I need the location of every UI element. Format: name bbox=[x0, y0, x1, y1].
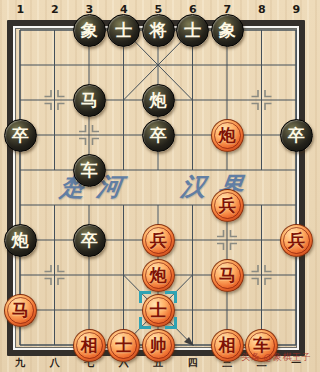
piece-character: 象 bbox=[219, 19, 236, 42]
piece-black-advisor[interactable]: 士 bbox=[176, 14, 209, 47]
piece-character: 兵 bbox=[219, 194, 236, 217]
piece-character: 马 bbox=[219, 264, 236, 287]
piece-black-elephant[interactable]: 象 bbox=[73, 14, 106, 47]
piece-character: 车 bbox=[81, 159, 98, 182]
watermark: 头条 @象棋王子 bbox=[241, 351, 311, 364]
piece-red-cannon[interactable]: 炮 bbox=[142, 259, 175, 292]
piece-red-soldier[interactable]: 兵 bbox=[280, 224, 313, 257]
piece-red-elephant[interactable]: 相 bbox=[211, 329, 244, 362]
piece-red-horse[interactable]: 马 bbox=[211, 259, 244, 292]
piece-black-soldier[interactable]: 卒 bbox=[280, 119, 313, 152]
piece-character: 兵 bbox=[150, 229, 167, 252]
piece-character: 卒 bbox=[81, 229, 98, 252]
piece-red-general[interactable]: 帅 bbox=[142, 329, 175, 362]
piece-black-cannon[interactable]: 炮 bbox=[142, 84, 175, 117]
piece-black-elephant[interactable]: 象 bbox=[211, 14, 244, 47]
piece-red-elephant[interactable]: 相 bbox=[73, 329, 106, 362]
piece-black-chariot[interactable]: 车 bbox=[73, 154, 106, 187]
piece-black-cannon[interactable]: 炮 bbox=[4, 224, 37, 257]
piece-character: 将 bbox=[150, 19, 167, 42]
piece-character: 兵 bbox=[288, 229, 305, 252]
file-label-bottom: 四 bbox=[176, 355, 211, 371]
piece-character: 卒 bbox=[288, 124, 305, 147]
piece-black-general[interactable]: 将 bbox=[142, 14, 175, 47]
piece-black-soldier[interactable]: 卒 bbox=[73, 224, 106, 257]
file-label-bottom: 九 bbox=[3, 355, 38, 371]
piece-character: 士 bbox=[150, 299, 167, 322]
file-label-bottom: 八 bbox=[38, 355, 73, 371]
piece-character: 炮 bbox=[150, 264, 167, 287]
piece-character: 卒 bbox=[150, 124, 167, 147]
piece-red-horse[interactable]: 马 bbox=[4, 294, 37, 327]
piece-character: 士 bbox=[184, 19, 201, 42]
piece-red-soldier[interactable]: 兵 bbox=[142, 224, 175, 257]
piece-character: 炮 bbox=[12, 229, 29, 252]
piece-red-soldier[interactable]: 兵 bbox=[211, 189, 244, 222]
piece-character: 相 bbox=[219, 334, 236, 357]
piece-character: 士 bbox=[115, 19, 132, 42]
piece-character: 炮 bbox=[219, 124, 236, 147]
piece-character: 炮 bbox=[150, 89, 167, 112]
piece-character: 马 bbox=[12, 299, 29, 322]
piece-red-advisor[interactable]: 士 bbox=[142, 294, 175, 327]
piece-character: 象 bbox=[81, 19, 98, 42]
piece-black-horse[interactable]: 马 bbox=[73, 84, 106, 117]
piece-black-soldier[interactable]: 卒 bbox=[4, 119, 37, 152]
piece-character: 相 bbox=[81, 334, 98, 357]
piece-character: 卒 bbox=[12, 124, 29, 147]
piece-grid[interactable]: 象士将士象马炮卒卒炮卒车兵炮卒兵兵炮马马士相士帅相车 bbox=[3, 13, 314, 363]
piece-character: 马 bbox=[81, 89, 98, 112]
piece-black-advisor[interactable]: 士 bbox=[107, 14, 140, 47]
piece-red-cannon[interactable]: 炮 bbox=[211, 119, 244, 152]
xiangqi-board-screen: 123456789 楚河 汉界 象士将士象马炮卒卒炮卒车兵炮卒兵兵炮马马士相士帅… bbox=[0, 0, 320, 372]
piece-character: 士 bbox=[115, 334, 132, 357]
piece-black-soldier[interactable]: 卒 bbox=[142, 119, 175, 152]
piece-character: 帅 bbox=[150, 334, 167, 357]
